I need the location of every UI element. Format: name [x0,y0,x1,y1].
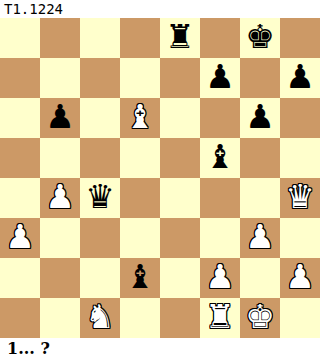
square-c7[interactable] [80,58,120,98]
square-h5[interactable] [280,138,320,178]
square-d6[interactable]: ♝ [120,98,160,138]
square-b4[interactable]: ♟ [40,178,80,218]
black-bishop-piece: ♝ [205,138,235,177]
square-f2[interactable]: ♟ [200,258,240,298]
square-e5[interactable] [160,138,200,178]
square-c4[interactable]: ♛ [80,178,120,218]
square-e1[interactable] [160,298,200,338]
square-f3[interactable] [200,218,240,258]
square-c8[interactable] [80,18,120,58]
square-c6[interactable] [80,98,120,138]
square-d1[interactable] [120,298,160,338]
square-d2[interactable]: ♝ [120,258,160,298]
square-b3[interactable] [40,218,80,258]
square-a7[interactable] [0,58,40,98]
puzzle-id-title: T1.1224 [0,0,320,18]
black-pawn-piece: ♟ [205,58,235,97]
square-b2[interactable] [40,258,80,298]
white-queen-piece: ♛ [285,178,315,217]
white-pawn-piece: ♟ [285,258,315,297]
square-b1[interactable] [40,298,80,338]
square-f1[interactable]: ♜ [200,298,240,338]
square-g2[interactable] [240,258,280,298]
square-a2[interactable] [0,258,40,298]
square-a5[interactable] [0,138,40,178]
square-c2[interactable] [80,258,120,298]
square-b5[interactable] [40,138,80,178]
square-d8[interactable] [120,18,160,58]
chess-board: ♜♚♟♟♟♝♟♝♟♛♛♟♟♝♟♟♞♜♚ [0,18,320,338]
square-a6[interactable] [0,98,40,138]
square-a1[interactable] [0,298,40,338]
white-pawn-piece: ♟ [245,218,275,257]
black-bishop-piece: ♝ [125,258,155,297]
square-f8[interactable] [200,18,240,58]
white-pawn-piece: ♟ [5,218,35,257]
square-e2[interactable] [160,258,200,298]
square-g3[interactable]: ♟ [240,218,280,258]
square-d3[interactable] [120,218,160,258]
white-rook-piece: ♜ [205,298,235,337]
square-e6[interactable] [160,98,200,138]
square-g4[interactable] [240,178,280,218]
black-pawn-piece: ♟ [245,98,275,137]
move-prompt: 1... ? [0,338,320,360]
square-h3[interactable] [280,218,320,258]
white-bishop-piece: ♝ [125,98,155,137]
square-e3[interactable] [160,218,200,258]
square-b6[interactable]: ♟ [40,98,80,138]
square-c5[interactable] [80,138,120,178]
black-king-piece: ♚ [245,18,275,57]
square-d7[interactable] [120,58,160,98]
square-h7[interactable]: ♟ [280,58,320,98]
square-e7[interactable] [160,58,200,98]
square-f5[interactable]: ♝ [200,138,240,178]
white-pawn-piece: ♟ [205,258,235,297]
square-g5[interactable] [240,138,280,178]
square-a8[interactable] [0,18,40,58]
square-h2[interactable]: ♟ [280,258,320,298]
square-h1[interactable] [280,298,320,338]
square-g1[interactable]: ♚ [240,298,280,338]
square-c3[interactable] [80,218,120,258]
square-d4[interactable] [120,178,160,218]
black-queen-piece: ♛ [85,178,115,217]
square-h4[interactable]: ♛ [280,178,320,218]
square-g7[interactable] [240,58,280,98]
black-pawn-piece: ♟ [45,98,75,137]
black-pawn-piece: ♟ [285,58,315,97]
square-g8[interactable]: ♚ [240,18,280,58]
square-c1[interactable]: ♞ [80,298,120,338]
square-h8[interactable] [280,18,320,58]
white-knight-piece: ♞ [85,298,115,337]
square-e4[interactable] [160,178,200,218]
square-e8[interactable]: ♜ [160,18,200,58]
square-f7[interactable]: ♟ [200,58,240,98]
square-d5[interactable] [120,138,160,178]
square-b7[interactable] [40,58,80,98]
white-king-piece: ♚ [245,298,275,337]
square-f4[interactable] [200,178,240,218]
square-h6[interactable] [280,98,320,138]
square-a3[interactable]: ♟ [0,218,40,258]
square-g6[interactable]: ♟ [240,98,280,138]
black-rook-piece: ♜ [165,18,195,57]
white-pawn-piece: ♟ [45,178,75,217]
square-a4[interactable] [0,178,40,218]
square-f6[interactable] [200,98,240,138]
square-b8[interactable] [40,18,80,58]
